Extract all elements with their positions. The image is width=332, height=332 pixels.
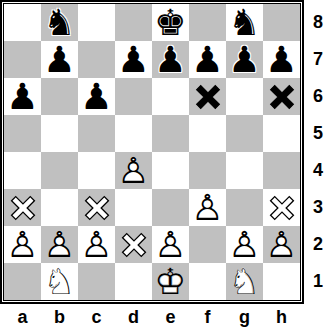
square-a7[interactable] <box>4 41 41 78</box>
square-h7[interactable]: ♟ <box>263 41 300 78</box>
file-coordinates: abcdefgh <box>4 304 300 332</box>
rank-label-3: 3 <box>304 189 332 226</box>
square-d1[interactable] <box>115 263 152 300</box>
square-d5[interactable] <box>115 115 152 152</box>
square-c4[interactable] <box>78 152 115 189</box>
square-a2[interactable]: ♟♙ <box>4 226 41 263</box>
square-b6[interactable] <box>41 78 78 115</box>
square-h2[interactable]: ♟♙ <box>263 226 300 263</box>
file-label-h: h <box>263 304 300 332</box>
white-x-icon-d2 <box>121 232 147 258</box>
square-e5[interactable] <box>152 115 189 152</box>
chess-board-inner-frame: ♞♚♞♟♟♟♟♟♟♟♟♟♙♟♙♟♙♟♙♟♙♟♙♟♙♟♙♞♘♚♔♞♘ <box>3 3 301 301</box>
square-h6[interactable] <box>263 78 300 115</box>
black-pawn-g7[interactable]: ♟ <box>226 41 263 78</box>
square-f5[interactable] <box>189 115 226 152</box>
black-x-icon-h6 <box>269 84 295 110</box>
black-king-e8[interactable]: ♚ <box>152 4 189 41</box>
square-f8[interactable] <box>189 4 226 41</box>
square-d4[interactable]: ♟♙ <box>115 152 152 189</box>
file-label-f: f <box>189 304 226 332</box>
square-f3[interactable]: ♟♙ <box>189 189 226 226</box>
black-knight-g8[interactable]: ♞ <box>226 4 263 41</box>
square-c8[interactable] <box>78 4 115 41</box>
square-e8[interactable]: ♚ <box>152 4 189 41</box>
square-g1[interactable]: ♞♘ <box>226 263 263 300</box>
square-e7[interactable]: ♟ <box>152 41 189 78</box>
white-pawn-f3[interactable]: ♟♙ <box>189 189 226 226</box>
black-pawn-d7[interactable]: ♟ <box>115 41 152 78</box>
white-pawn-h2[interactable]: ♟♙ <box>263 226 300 263</box>
square-a1[interactable] <box>4 263 41 300</box>
square-f1[interactable] <box>189 263 226 300</box>
black-pawn-b7[interactable]: ♟ <box>41 41 78 78</box>
square-e2[interactable]: ♟♙ <box>152 226 189 263</box>
square-b5[interactable] <box>41 115 78 152</box>
square-h3[interactable] <box>263 189 300 226</box>
chess-board: ♞♚♞♟♟♟♟♟♟♟♟♟♙♟♙♟♙♟♙♟♙♟♙♟♙♟♙♞♘♚♔♞♘ <box>4 4 300 300</box>
square-b7[interactable]: ♟ <box>41 41 78 78</box>
rank-label-1: 1 <box>304 263 332 300</box>
square-d6[interactable] <box>115 78 152 115</box>
square-c5[interactable] <box>78 115 115 152</box>
white-pawn-d4[interactable]: ♟♙ <box>115 152 152 189</box>
square-f4[interactable] <box>189 152 226 189</box>
rank-label-5: 5 <box>304 115 332 152</box>
white-king-e1[interactable]: ♚♔ <box>152 263 189 300</box>
square-a6[interactable]: ♟ <box>4 78 41 115</box>
rank-coordinates: 87654321 <box>304 4 332 300</box>
rank-label-8: 8 <box>304 4 332 41</box>
square-g7[interactable]: ♟ <box>226 41 263 78</box>
white-x-icon-h3 <box>269 195 295 221</box>
file-label-e: e <box>152 304 189 332</box>
white-x-icon-a3 <box>10 195 36 221</box>
square-e4[interactable] <box>152 152 189 189</box>
rank-label-2: 2 <box>304 226 332 263</box>
white-pawn-b2[interactable]: ♟♙ <box>41 226 78 263</box>
square-a5[interactable] <box>4 115 41 152</box>
square-g4[interactable] <box>226 152 263 189</box>
white-pawn-g2[interactable]: ♟♙ <box>226 226 263 263</box>
square-c6[interactable]: ♟ <box>78 78 115 115</box>
square-g8[interactable]: ♞ <box>226 4 263 41</box>
white-pawn-a2[interactable]: ♟♙ <box>4 226 41 263</box>
square-f7[interactable]: ♟ <box>189 41 226 78</box>
square-b1[interactable]: ♞♘ <box>41 263 78 300</box>
file-label-b: b <box>41 304 78 332</box>
chess-board-frame: ♞♚♞♟♟♟♟♟♟♟♟♟♙♟♙♟♙♟♙♟♙♟♙♟♙♟♙♞♘♚♔♞♘ <box>0 0 304 304</box>
white-x-icon-c3 <box>84 195 110 221</box>
square-b2[interactable]: ♟♙ <box>41 226 78 263</box>
square-f6[interactable] <box>189 78 226 115</box>
square-e6[interactable] <box>152 78 189 115</box>
square-e1[interactable]: ♚♔ <box>152 263 189 300</box>
square-d7[interactable]: ♟ <box>115 41 152 78</box>
white-pawn-c2[interactable]: ♟♙ <box>78 226 115 263</box>
square-g6[interactable] <box>226 78 263 115</box>
square-c2[interactable]: ♟♙ <box>78 226 115 263</box>
square-a3[interactable] <box>4 189 41 226</box>
square-e3[interactable] <box>152 189 189 226</box>
file-label-a: a <box>4 304 41 332</box>
black-pawn-c6[interactable]: ♟ <box>78 78 115 115</box>
square-d2[interactable] <box>115 226 152 263</box>
file-label-c: c <box>78 304 115 332</box>
white-knight-g1[interactable]: ♞♘ <box>226 263 263 300</box>
black-pawn-a6[interactable]: ♟ <box>4 78 41 115</box>
square-h5[interactable] <box>263 115 300 152</box>
black-knight-b8[interactable]: ♞ <box>41 4 78 41</box>
square-h1[interactable] <box>263 263 300 300</box>
black-pawn-e7[interactable]: ♟ <box>152 41 189 78</box>
square-d8[interactable] <box>115 4 152 41</box>
rank-label-4: 4 <box>304 152 332 189</box>
file-label-d: d <box>115 304 152 332</box>
square-c1[interactable] <box>78 263 115 300</box>
rank-label-6: 6 <box>304 78 332 115</box>
square-b4[interactable] <box>41 152 78 189</box>
square-f2[interactable] <box>189 226 226 263</box>
square-d3[interactable] <box>115 189 152 226</box>
square-h8[interactable] <box>263 4 300 41</box>
black-x-icon-f6 <box>195 84 221 110</box>
black-pawn-h7[interactable]: ♟ <box>263 41 300 78</box>
square-c3[interactable] <box>78 189 115 226</box>
black-pawn-f7[interactable]: ♟ <box>189 41 226 78</box>
square-a8[interactable] <box>4 4 41 41</box>
file-label-g: g <box>226 304 263 332</box>
chess-diagram: ♞♚♞♟♟♟♟♟♟♟♟♟♙♟♙♟♙♟♙♟♙♟♙♟♙♟♙♞♘♚♔♞♘ 876543… <box>0 0 332 332</box>
square-b8[interactable]: ♞ <box>41 4 78 41</box>
square-h4[interactable] <box>263 152 300 189</box>
square-a4[interactable] <box>4 152 41 189</box>
square-g2[interactable]: ♟♙ <box>226 226 263 263</box>
square-g3[interactable] <box>226 189 263 226</box>
white-pawn-e2[interactable]: ♟♙ <box>152 226 189 263</box>
white-knight-b1[interactable]: ♞♘ <box>41 263 78 300</box>
rank-label-7: 7 <box>304 41 332 78</box>
square-g5[interactable] <box>226 115 263 152</box>
square-b3[interactable] <box>41 189 78 226</box>
square-c7[interactable] <box>78 41 115 78</box>
